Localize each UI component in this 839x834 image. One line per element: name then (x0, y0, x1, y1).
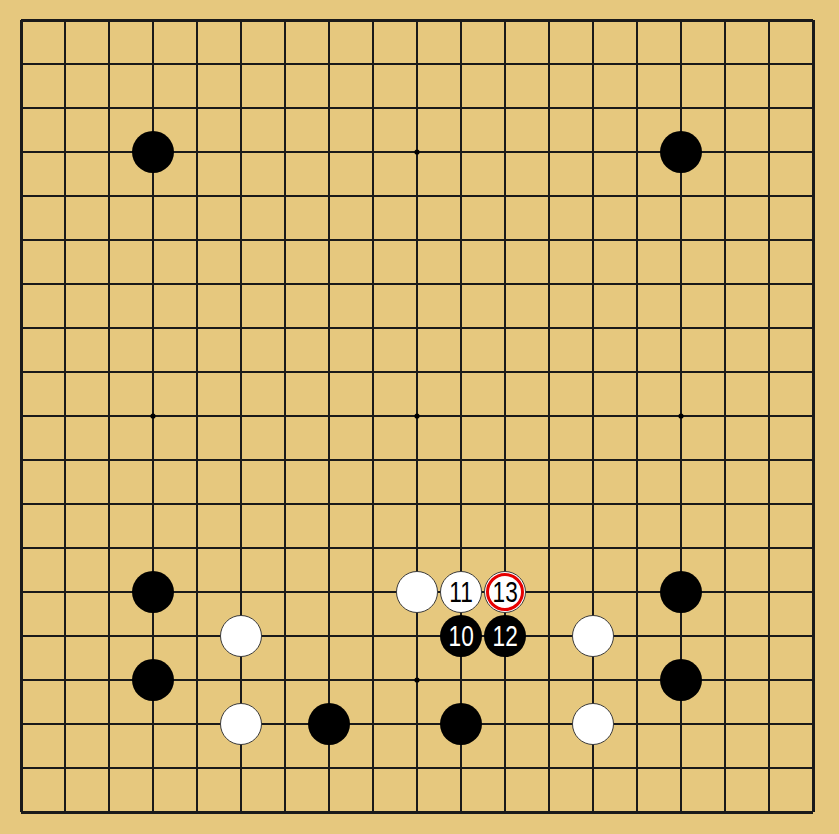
move-number: 11 (449, 578, 472, 607)
black-stone-move-12[interactable]: 12 (484, 615, 526, 657)
white-stone-move-13[interactable]: 13 (484, 571, 526, 613)
white-stone[interactable] (572, 615, 614, 657)
white-stone[interactable] (220, 615, 262, 657)
black-stone[interactable] (308, 703, 350, 745)
black-stone[interactable] (132, 571, 174, 613)
move-number: 12 (492, 622, 517, 651)
black-stone[interactable] (440, 703, 482, 745)
black-stone[interactable] (660, 131, 702, 173)
black-stone[interactable] (660, 659, 702, 701)
move-number: 10 (448, 622, 473, 651)
go-board-diagram: 11131012 (0, 0, 839, 834)
move-number: 13 (492, 578, 517, 607)
black-stone[interactable] (132, 131, 174, 173)
white-stone[interactable] (572, 703, 614, 745)
black-stone[interactable] (660, 571, 702, 613)
white-stone[interactable] (396, 571, 438, 613)
black-stone[interactable] (132, 659, 174, 701)
stones-layer[interactable]: 11131012 (0, 0, 835, 834)
black-stone-move-10[interactable]: 10 (440, 615, 482, 657)
white-stone[interactable] (220, 703, 262, 745)
white-stone-move-11[interactable]: 11 (440, 571, 482, 613)
